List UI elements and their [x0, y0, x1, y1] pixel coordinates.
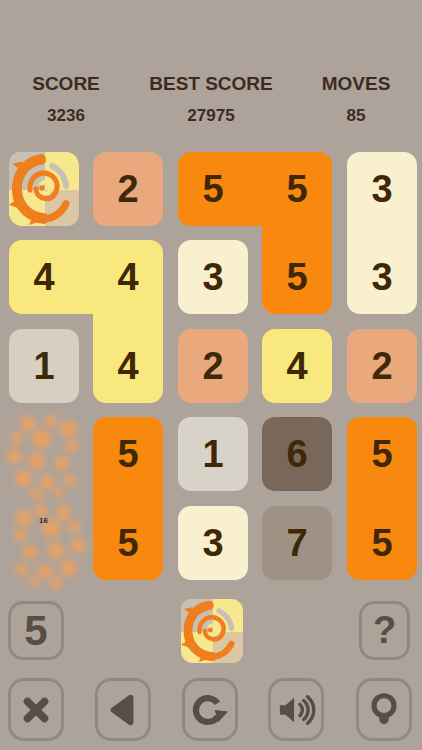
tile-value: 4 — [93, 240, 163, 314]
tile-r2c2[interactable]: 4 — [93, 240, 163, 331]
close-button[interactable] — [8, 678, 64, 741]
tile-value: 4 — [93, 329, 163, 403]
tile-r1c4[interactable]: 5 — [262, 152, 332, 242]
hint-button[interactable] — [356, 678, 412, 741]
back-arrow-icon — [104, 691, 142, 729]
tile-value: 3 — [178, 240, 248, 314]
next-tile-value: 5 — [24, 607, 47, 655]
tile-r1c5[interactable]: 3 — [347, 152, 417, 242]
tile-r3c3[interactable]: 2 — [178, 329, 248, 403]
tile-value: 5 — [347, 506, 417, 580]
tile-value: 2 — [93, 152, 163, 226]
speaker-icon — [275, 691, 317, 729]
score-popup: 16 — [39, 516, 48, 525]
tile-value: 2 — [178, 329, 248, 403]
tile-value: 3 — [178, 506, 248, 580]
tile-value: 6 — [262, 417, 332, 491]
tile-r5c2[interactable]: 5 — [93, 506, 163, 580]
tile-r5c4[interactable]: 7 — [262, 506, 332, 580]
tile-r4c3[interactable]: 1 — [178, 417, 248, 491]
wild-swirl-tile[interactable] — [9, 152, 79, 226]
tile-value: 5 — [178, 152, 248, 226]
help-button[interactable]: ? — [359, 601, 410, 660]
tile-r2c4[interactable]: 5 — [262, 240, 332, 314]
refresh-icon — [191, 691, 229, 729]
tile-value: 5 — [262, 240, 332, 314]
tile-value: 5 — [347, 417, 417, 491]
next-tile-indicator[interactable]: 5 — [8, 601, 64, 660]
lightbulb-icon — [365, 691, 403, 729]
tile-r4c2[interactable]: 5 — [93, 417, 163, 508]
draggable-wild-tile[interactable] — [181, 599, 243, 663]
tile-r1c2[interactable]: 2 — [93, 152, 163, 226]
tile-r3c5[interactable]: 2 — [347, 329, 417, 403]
tile-value: 5 — [93, 506, 163, 580]
tile-value: 5 — [262, 152, 332, 226]
help-label: ? — [373, 609, 396, 652]
tile-r2c5[interactable]: 3 — [347, 240, 417, 314]
tile-value: 4 — [9, 240, 79, 314]
tile-r5c5[interactable]: 5 — [347, 506, 417, 580]
tile-r2c3[interactable]: 3 — [178, 240, 248, 314]
game-screen: SCORE 3236 BEST SCORE 27975 MOVES 85 255… — [0, 0, 422, 750]
tile-value: 1 — [178, 417, 248, 491]
tile-value: 2 — [347, 329, 417, 403]
tile-r3c2[interactable]: 4 — [93, 329, 163, 403]
tile-value: 3 — [347, 152, 417, 226]
tile-r4c4[interactable]: 6 — [262, 417, 332, 491]
undo-button[interactable] — [95, 678, 151, 741]
x-icon — [17, 691, 55, 729]
tile-r3c1[interactable]: 1 — [9, 329, 79, 403]
tile-r4c5[interactable]: 5 — [347, 417, 417, 508]
tile-r3c4[interactable]: 4 — [262, 329, 332, 403]
tile-value: 7 — [262, 506, 332, 580]
tile-r5c3[interactable]: 3 — [178, 506, 248, 580]
tile-r2c1[interactable]: 4 — [9, 240, 95, 314]
tile-value: 5 — [93, 417, 163, 491]
dissolving-tile-smoke — [6, 415, 86, 501]
restart-button[interactable] — [182, 678, 238, 741]
sound-button[interactable] — [268, 678, 324, 741]
tile-value: 1 — [9, 329, 79, 403]
tile-value: 3 — [347, 240, 417, 314]
tile-value: 4 — [262, 329, 332, 403]
tile-r1c3[interactable]: 5 — [178, 152, 264, 226]
